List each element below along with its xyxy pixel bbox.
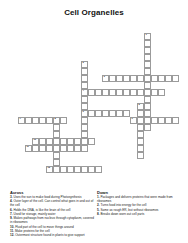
grid-cell[interactable] (165, 117, 172, 124)
grid-cell[interactable] (53, 124, 60, 131)
grid-cell[interactable] (151, 75, 158, 82)
clue-number: 11 (26, 146, 29, 149)
grid-cell[interactable] (130, 89, 137, 96)
grid-cell[interactable] (53, 145, 60, 152)
grid-cell[interactable] (74, 166, 81, 173)
grid-cell[interactable] (53, 138, 60, 145)
grid-cell[interactable] (172, 117, 179, 124)
grid-cell[interactable] (25, 117, 32, 124)
clue-number: 12 (47, 167, 50, 170)
grid-cell[interactable] (144, 40, 151, 47)
grid-cell[interactable] (32, 117, 39, 124)
grid-cell[interactable] (32, 145, 39, 152)
grid-cell[interactable] (116, 89, 123, 96)
grid-cell[interactable] (67, 138, 74, 145)
grid-cell[interactable]: 5 (137, 103, 144, 110)
grid-cell[interactable] (137, 89, 144, 96)
clue-number: 4 (82, 90, 83, 93)
clue-item: 12. Outermost structure found in plants … (10, 234, 94, 238)
grid-cell[interactable] (46, 145, 53, 152)
grid-cell[interactable] (144, 75, 151, 82)
grid-cell[interactable]: 8 (53, 117, 60, 124)
grid-cell[interactable] (144, 110, 151, 117)
clue-number: 7 (19, 118, 20, 121)
grid-cell[interactable]: 12 (46, 166, 53, 173)
grid-cell[interactable] (137, 138, 144, 145)
grid-cell[interactable] (165, 75, 172, 82)
grid-cell[interactable] (144, 47, 151, 54)
grid-cell[interactable]: 9 (130, 117, 137, 124)
grid-cell[interactable] (144, 103, 151, 110)
clue-number: 2 (82, 62, 83, 65)
clue-item: 4. Outer layer of the cell. Can control … (10, 200, 94, 208)
grid-cell[interactable] (81, 124, 88, 131)
grid-cell[interactable] (144, 117, 151, 124)
grid-cell[interactable] (116, 110, 123, 117)
grid-cell[interactable]: 4 (81, 89, 88, 96)
grid-cell[interactable] (151, 89, 158, 96)
grid-cell[interactable] (109, 89, 116, 96)
across-clue-list: 3. Uses the sun to make food during Phot… (10, 196, 94, 238)
grid-cell[interactable] (109, 75, 116, 82)
grid-cell[interactable] (137, 110, 144, 117)
grid-cell[interactable] (81, 82, 88, 89)
clue-item: 8. Breaks down worn out cell parts (97, 213, 183, 217)
clue-number: 8 (54, 118, 55, 121)
grid-cell[interactable] (144, 82, 151, 89)
grid-cell[interactable] (60, 145, 67, 152)
grid-cell[interactable] (60, 138, 67, 145)
grid-cell[interactable] (137, 131, 144, 138)
grid-cell[interactable] (95, 166, 102, 173)
grid-cell[interactable] (81, 138, 88, 145)
page-title: Cell Organelles (0, 8, 188, 17)
grid-cell[interactable] (158, 89, 165, 96)
grid-cell[interactable] (172, 75, 179, 82)
grid-cell[interactable] (88, 166, 95, 173)
grid-cell[interactable] (123, 89, 130, 96)
grid-cell[interactable] (53, 131, 60, 138)
grid-cell[interactable] (53, 159, 60, 166)
grid-cell[interactable] (137, 124, 144, 131)
grid-cell[interactable] (144, 61, 151, 68)
grid-cell[interactable] (39, 145, 46, 152)
grid-cell[interactable] (109, 110, 116, 117)
grid-cell[interactable] (81, 68, 88, 75)
grid-cell[interactable] (137, 117, 144, 124)
grid-cell[interactable] (144, 124, 151, 131)
grid-cell[interactable] (95, 110, 102, 117)
grid-cell[interactable] (81, 117, 88, 124)
grid-cell[interactable] (67, 145, 74, 152)
grid-cell[interactable] (53, 152, 60, 159)
grid-cell[interactable]: 7 (18, 117, 25, 124)
grid-cell[interactable]: 10 (32, 138, 39, 145)
clue-number: 1 (145, 34, 146, 37)
grid-cell[interactable] (95, 89, 102, 96)
grid-cell[interactable] (116, 75, 123, 82)
grid-cell[interactable] (81, 131, 88, 138)
grid-cell[interactable] (39, 138, 46, 145)
grid-cell[interactable]: 1 (144, 33, 151, 40)
grid-cell[interactable] (158, 117, 165, 124)
grid-cell[interactable] (137, 152, 144, 159)
grid-cell[interactable] (53, 166, 60, 173)
grid-cell[interactable] (88, 89, 95, 96)
clue-number: 6 (82, 111, 83, 114)
grid-cell[interactable] (102, 89, 109, 96)
clue-item: 9. Makes pathways from nucleus through c… (10, 217, 94, 225)
down-clue-list: 1. Packages and delivers proteins that w… (97, 196, 183, 217)
grid-cell[interactable]: 3 (102, 75, 109, 82)
grid-cell[interactable] (144, 68, 151, 75)
grid-cell[interactable] (88, 138, 95, 145)
grid-cell[interactable] (60, 166, 67, 173)
grid-cell[interactable]: 11 (25, 145, 32, 152)
grid-cell[interactable] (74, 138, 81, 145)
grid-cell[interactable] (130, 75, 137, 82)
grid-cell[interactable] (81, 145, 88, 152)
down-clues-section: Down 1. Packages and delivers proteins t… (97, 190, 183, 217)
grid-cell[interactable] (46, 138, 53, 145)
grid-cell[interactable] (81, 103, 88, 110)
grid-cell[interactable] (123, 110, 130, 117)
grid-cell[interactable] (144, 89, 151, 96)
grid-cell[interactable] (39, 117, 46, 124)
grid-cell[interactable] (137, 145, 144, 152)
grid-cell[interactable] (88, 110, 95, 117)
across-clues-section: Across 3. Uses the sun to make food duri… (10, 190, 94, 239)
grid-cell[interactable]: 6 (81, 110, 88, 117)
clue-number: 5 (138, 104, 139, 107)
grid-cell[interactable] (46, 117, 53, 124)
grid-cell[interactable] (74, 145, 81, 152)
grid-cell[interactable]: 2 (81, 61, 88, 68)
grid-cell[interactable] (151, 117, 158, 124)
grid-cell[interactable] (67, 166, 74, 173)
grid-cell[interactable] (81, 96, 88, 103)
grid-cell[interactable] (144, 96, 151, 103)
grid-cell[interactable] (137, 75, 144, 82)
crossword-sheet: { "game": "crossword", "title": "Cell Or… (0, 0, 188, 243)
grid-cell[interactable] (158, 75, 165, 82)
clue-number: 9 (131, 118, 132, 121)
grid-cell[interactable] (81, 75, 88, 82)
grid-cell[interactable] (144, 54, 151, 61)
grid-cell[interactable] (123, 75, 130, 82)
clue-number: 3 (103, 76, 104, 79)
grid-cell[interactable] (60, 117, 67, 124)
clue-number: 10 (33, 139, 36, 142)
grid-cell[interactable] (81, 166, 88, 173)
grid-cell[interactable] (102, 110, 109, 117)
